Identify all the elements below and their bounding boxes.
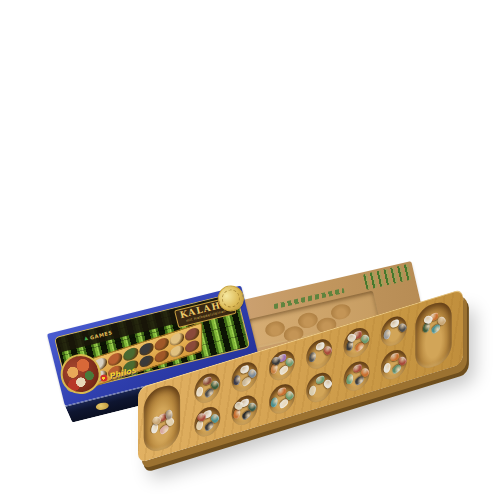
- mini-board-pit: [154, 348, 168, 364]
- pit-front-3[interactable]: [269, 380, 295, 416]
- gem-stone: [242, 409, 252, 421]
- pit-front-4[interactable]: [306, 369, 332, 405]
- gem-stone: [270, 398, 279, 408]
- gem-stone: [279, 364, 289, 376]
- pit-back-3[interactable]: [269, 347, 295, 383]
- mini-board-pit: [108, 351, 122, 367]
- pit-back-5[interactable]: [344, 324, 370, 360]
- gem-stone: [383, 330, 392, 340]
- mini-board-pit: [139, 353, 153, 369]
- mini-board-pit: [185, 326, 199, 342]
- store-left[interactable]: [144, 381, 180, 455]
- gem-stone: [308, 386, 317, 396]
- pit-back-4[interactable]: [306, 335, 332, 371]
- pit-back-1[interactable]: [194, 370, 220, 406]
- pit-back-6[interactable]: [381, 313, 407, 349]
- pit-front-1[interactable]: [194, 403, 220, 439]
- gem-stone: [204, 421, 214, 433]
- publisher-logo: ▲ GAMES: [84, 329, 113, 342]
- gem-stone: [195, 387, 204, 397]
- publisher-triangle-icon: ▲: [84, 335, 89, 341]
- gem-stone: [150, 423, 159, 433]
- gem-stone: [383, 363, 392, 373]
- gem-stone: [431, 323, 441, 335]
- gem-stone: [159, 423, 169, 435]
- brand-flower-icon: [100, 374, 108, 382]
- pit-front-5[interactable]: [344, 357, 370, 393]
- gem-stone: [422, 323, 431, 333]
- gem-stone: [233, 409, 242, 419]
- gem-stone: [195, 421, 204, 431]
- gem-stone: [345, 341, 354, 351]
- bamboo-print-corner: [363, 264, 413, 290]
- gem-stone: [279, 398, 289, 410]
- gem-stone: [204, 387, 214, 399]
- gold-oval-emblem-icon: [95, 401, 111, 411]
- pit-front-6[interactable]: [381, 346, 407, 382]
- gem-stone: [308, 353, 317, 363]
- gem-stone: [345, 375, 354, 385]
- gem-stone: [397, 322, 408, 334]
- store-right[interactable]: [415, 298, 451, 372]
- gem-stone: [233, 376, 242, 386]
- gem-stone: [391, 364, 401, 376]
- gem-stone: [354, 342, 364, 354]
- pit-back-2[interactable]: [231, 358, 257, 394]
- product-photo-stage: ▲ GAMES KALAHA mit Halbedelsteinen Philo…: [0, 0, 500, 500]
- pit-front-2[interactable]: [231, 392, 257, 428]
- gem-stone: [242, 376, 252, 388]
- publisher-label: GAMES: [89, 329, 113, 340]
- gem-stone: [270, 364, 279, 374]
- gem-stone: [354, 375, 364, 387]
